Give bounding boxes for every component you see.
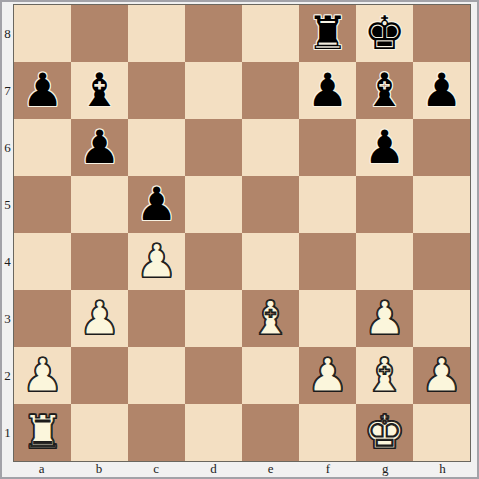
- square-h4[interactable]: [413, 233, 470, 290]
- white-pawn-a2[interactable]: ♟: [22, 352, 63, 398]
- white-rook-a1[interactable]: ♜: [22, 409, 63, 455]
- square-a5[interactable]: [14, 176, 71, 233]
- square-e3[interactable]: ♝: [242, 290, 299, 347]
- square-g6[interactable]: ♟: [356, 119, 413, 176]
- square-f6[interactable]: [299, 119, 356, 176]
- square-h1[interactable]: [413, 404, 470, 461]
- rank-label-6: 6: [2, 119, 13, 176]
- square-b4[interactable]: [71, 233, 128, 290]
- white-bishop-g2[interactable]: ♝: [364, 352, 405, 398]
- square-e1[interactable]: [242, 404, 299, 461]
- white-pawn-g3[interactable]: ♟: [364, 295, 405, 341]
- black-pawn-a7[interactable]: ♟: [22, 67, 63, 113]
- chess-board: ♜♚♟♝♟♝♟♟♟♟♟♟♝♟♟♟♝♟♜♚: [13, 4, 471, 462]
- rank-label-7: 7: [2, 62, 13, 119]
- square-h7[interactable]: ♟: [413, 62, 470, 119]
- rank-label-4: 4: [2, 233, 13, 290]
- square-e5[interactable]: [242, 176, 299, 233]
- square-b7[interactable]: ♝: [71, 62, 128, 119]
- white-pawn-c4[interactable]: ♟: [136, 238, 177, 284]
- black-pawn-h7[interactable]: ♟: [421, 67, 462, 113]
- square-b3[interactable]: ♟: [71, 290, 128, 347]
- square-d8[interactable]: [185, 5, 242, 62]
- rank-label-8: 8: [2, 5, 13, 62]
- rank-label-2: 2: [2, 347, 13, 404]
- square-d4[interactable]: [185, 233, 242, 290]
- square-d6[interactable]: [185, 119, 242, 176]
- file-label-b: b: [70, 462, 127, 477]
- square-a6[interactable]: [14, 119, 71, 176]
- square-g3[interactable]: ♟: [356, 290, 413, 347]
- square-c6[interactable]: [128, 119, 185, 176]
- square-c2[interactable]: [128, 347, 185, 404]
- square-h6[interactable]: [413, 119, 470, 176]
- square-a3[interactable]: [14, 290, 71, 347]
- rank-label-5: 5: [2, 176, 13, 233]
- file-labels: abcdefgh: [13, 462, 471, 477]
- square-e4[interactable]: [242, 233, 299, 290]
- square-g8[interactable]: ♚: [356, 5, 413, 62]
- square-c7[interactable]: [128, 62, 185, 119]
- square-b5[interactable]: [71, 176, 128, 233]
- square-g2[interactable]: ♝: [356, 347, 413, 404]
- square-a1[interactable]: ♜: [14, 404, 71, 461]
- black-pawn-f7[interactable]: ♟: [307, 67, 348, 113]
- square-c8[interactable]: [128, 5, 185, 62]
- rank-label-1: 1: [2, 404, 13, 461]
- square-h3[interactable]: [413, 290, 470, 347]
- square-f1[interactable]: [299, 404, 356, 461]
- file-label-h: h: [414, 462, 471, 477]
- black-pawn-b6[interactable]: ♟: [79, 124, 120, 170]
- chess-diagram: 87654321 ♜♚♟♝♟♝♟♟♟♟♟♟♝♟♟♟♝♟♜♚ abcdefgh: [0, 0, 479, 479]
- square-b6[interactable]: ♟: [71, 119, 128, 176]
- square-f5[interactable]: [299, 176, 356, 233]
- square-d2[interactable]: [185, 347, 242, 404]
- square-e2[interactable]: [242, 347, 299, 404]
- square-e6[interactable]: [242, 119, 299, 176]
- square-d3[interactable]: [185, 290, 242, 347]
- square-c3[interactable]: [128, 290, 185, 347]
- file-label-f: f: [299, 462, 356, 477]
- file-label-c: c: [128, 462, 185, 477]
- black-pawn-c5[interactable]: ♟: [136, 181, 177, 227]
- square-h2[interactable]: ♟: [413, 347, 470, 404]
- file-label-a: a: [13, 462, 70, 477]
- white-pawn-f2[interactable]: ♟: [307, 352, 348, 398]
- square-e8[interactable]: [242, 5, 299, 62]
- square-g5[interactable]: [356, 176, 413, 233]
- square-b8[interactable]: [71, 5, 128, 62]
- square-h8[interactable]: [413, 5, 470, 62]
- rank-label-3: 3: [2, 290, 13, 347]
- square-f3[interactable]: [299, 290, 356, 347]
- square-d5[interactable]: [185, 176, 242, 233]
- square-f7[interactable]: ♟: [299, 62, 356, 119]
- square-a4[interactable]: [14, 233, 71, 290]
- square-a8[interactable]: [14, 5, 71, 62]
- square-a2[interactable]: ♟: [14, 347, 71, 404]
- white-king-g1[interactable]: ♚: [364, 409, 405, 455]
- square-f4[interactable]: [299, 233, 356, 290]
- square-c1[interactable]: [128, 404, 185, 461]
- file-label-g: g: [357, 462, 414, 477]
- square-f8[interactable]: ♜: [299, 5, 356, 62]
- square-c4[interactable]: ♟: [128, 233, 185, 290]
- file-label-e: e: [242, 462, 299, 477]
- black-bishop-b7[interactable]: ♝: [79, 67, 120, 113]
- square-g4[interactable]: [356, 233, 413, 290]
- rank-labels: 87654321: [2, 5, 13, 461]
- black-bishop-g7[interactable]: ♝: [364, 67, 405, 113]
- square-f2[interactable]: ♟: [299, 347, 356, 404]
- black-rook-f8[interactable]: ♜: [307, 10, 348, 56]
- file-label-d: d: [185, 462, 242, 477]
- square-d1[interactable]: [185, 404, 242, 461]
- square-d7[interactable]: [185, 62, 242, 119]
- white-pawn-b3[interactable]: ♟: [79, 295, 120, 341]
- square-h5[interactable]: [413, 176, 470, 233]
- square-b2[interactable]: [71, 347, 128, 404]
- black-king-g8[interactable]: ♚: [364, 10, 405, 56]
- black-pawn-g6[interactable]: ♟: [364, 124, 405, 170]
- square-g7[interactable]: ♝: [356, 62, 413, 119]
- square-g1[interactable]: ♚: [356, 404, 413, 461]
- white-pawn-h2[interactable]: ♟: [421, 352, 462, 398]
- square-c5[interactable]: ♟: [128, 176, 185, 233]
- white-bishop-e3[interactable]: ♝: [250, 295, 291, 341]
- square-e7[interactable]: [242, 62, 299, 119]
- square-b1[interactable]: [71, 404, 128, 461]
- square-a7[interactable]: ♟: [14, 62, 71, 119]
